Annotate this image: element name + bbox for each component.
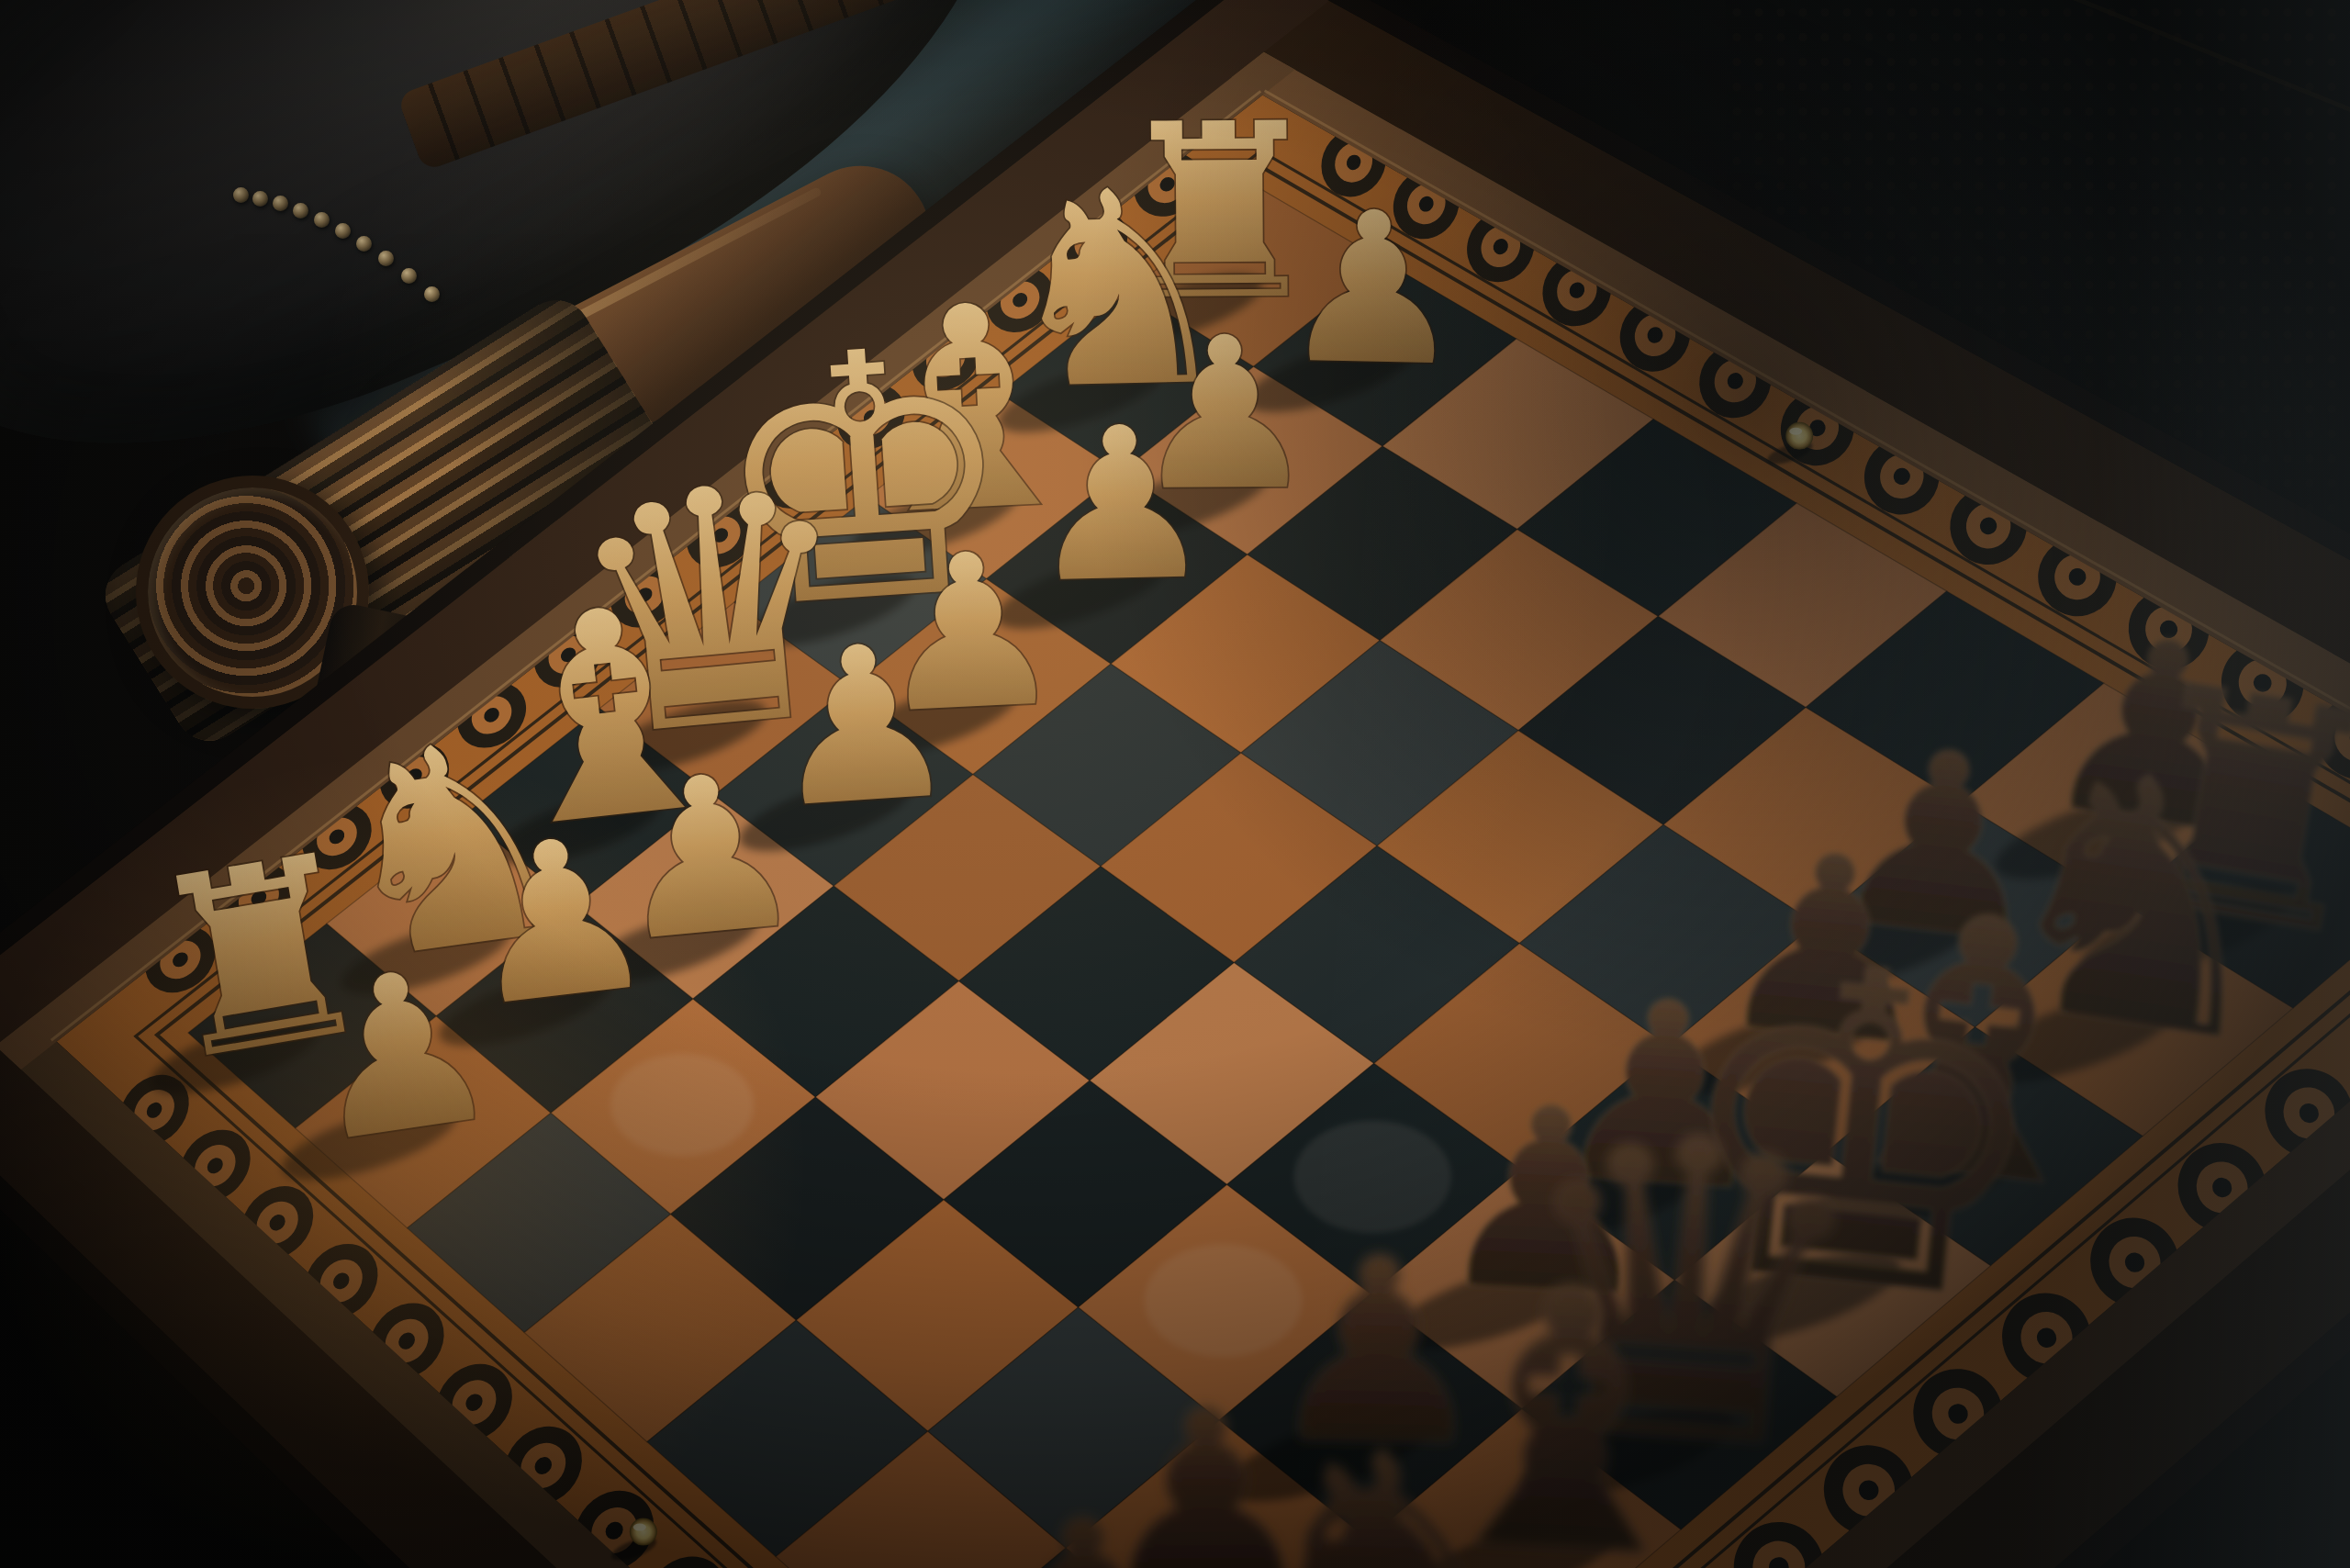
key-light-overlay [0, 0, 2350, 1568]
chess-table-board: ♜♟♞♟♝♟♚♟♛♟♝♟♜♟♟♞♟♞♟♜♟♝♟♚♟♛♟♝♟♞♟♜ [0, 0, 2350, 1568]
scene: ♜♟♞♟♝♟♚♟♛♟♝♟♜♟♟♞♟♞♟♜♟♝♟♚♟♛♟♝♟♞♟♜ [0, 0, 2350, 1568]
